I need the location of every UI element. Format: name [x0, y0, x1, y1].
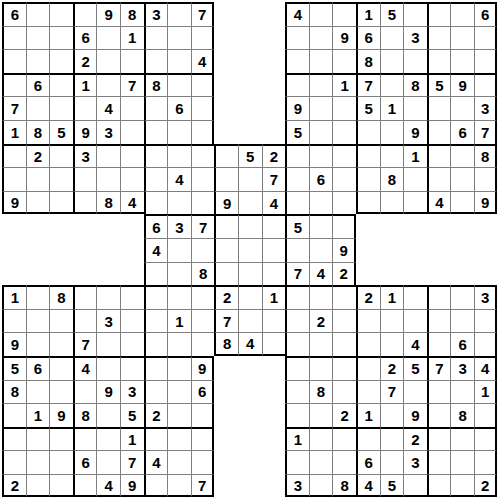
empty-cell-r7c13[interactable]: [285, 144, 309, 168]
given-cell-r5c8[interactable]: 6: [167, 96, 191, 120]
given-cell-r16c18[interactable]: 5: [403, 356, 427, 380]
empty-cell-r13c8[interactable]: [167, 285, 191, 309]
empty-cell-r6c19[interactable]: [427, 120, 451, 144]
empty-cell-r8c18[interactable]: [403, 167, 427, 191]
empty-cell-r20c15[interactable]: [332, 450, 356, 474]
empty-cell-r1c4[interactable]: [73, 2, 97, 26]
given-cell-r13c16[interactable]: 2: [356, 285, 380, 309]
empty-cell-r14c11[interactable]: [238, 309, 262, 333]
given-cell-r2c18[interactable]: 3: [403, 26, 427, 50]
empty-cell-r21c20[interactable]: [450, 474, 474, 498]
given-cell-r16c20[interactable]: 3: [450, 356, 474, 380]
empty-cell-r9c15[interactable]: [332, 191, 356, 215]
given-cell-r21c16[interactable]: 4: [356, 474, 380, 498]
empty-cell-r1c20[interactable]: [450, 2, 474, 26]
empty-cell-r4c13[interactable]: [285, 73, 309, 97]
empty-cell-r16c3[interactable]: [49, 356, 73, 380]
empty-cell-r15c2[interactable]: [26, 332, 50, 356]
empty-cell-r6c15[interactable]: [332, 120, 356, 144]
empty-cell-r5c14[interactable]: [309, 96, 333, 120]
empty-cell-r17c2[interactable]: [26, 380, 50, 404]
empty-cell-r21c7[interactable]: [144, 474, 168, 498]
empty-cell-r3c18[interactable]: [403, 49, 427, 73]
empty-cell-r1c14[interactable]: [309, 2, 333, 26]
given-cell-r16c1[interactable]: 5: [2, 356, 26, 380]
empty-cell-r11c10[interactable]: [214, 238, 238, 262]
given-cell-r20c18[interactable]: 3: [403, 450, 427, 474]
empty-cell-r2c7[interactable]: [144, 26, 168, 50]
given-cell-r10c13[interactable]: 5: [285, 214, 309, 238]
empty-cell-r14c18[interactable]: [403, 309, 427, 333]
empty-cell-r15c15[interactable]: [332, 332, 356, 356]
empty-cell-r10c14[interactable]: [309, 214, 333, 238]
given-cell-r5c13[interactable]: 9: [285, 96, 309, 120]
empty-cell-r18c13[interactable]: [285, 403, 309, 427]
empty-cell-r1c19[interactable]: [427, 2, 451, 26]
given-cell-r3c16[interactable]: 8: [356, 49, 380, 73]
empty-cell-r18c9[interactable]: [191, 403, 215, 427]
empty-cell-r6c17[interactable]: [380, 120, 404, 144]
given-cell-r18c15[interactable]: 2: [332, 403, 356, 427]
given-cell-r3c4[interactable]: 2: [73, 49, 97, 73]
empty-cell-r8c13[interactable]: [285, 167, 309, 191]
empty-cell-r14c12[interactable]: [262, 309, 286, 333]
empty-cell-r2c8[interactable]: [167, 26, 191, 50]
empty-cell-r12c11[interactable]: [238, 262, 262, 286]
given-cell-r5c5[interactable]: 4: [96, 96, 120, 120]
empty-cell-r3c13[interactable]: [285, 49, 309, 73]
empty-cell-r19c1[interactable]: [2, 427, 26, 451]
given-cell-r16c19[interactable]: 7: [427, 356, 451, 380]
given-cell-r3c9[interactable]: 4: [191, 49, 215, 73]
empty-cell-r8c9[interactable]: [191, 167, 215, 191]
empty-cell-r5c15[interactable]: [332, 96, 356, 120]
empty-cell-r1c8[interactable]: [167, 2, 191, 26]
empty-cell-r17c8[interactable]: [167, 380, 191, 404]
given-cell-r21c13[interactable]: 3: [285, 474, 309, 498]
given-cell-r16c21[interactable]: 4: [474, 356, 498, 380]
given-cell-r13c1[interactable]: 1: [2, 285, 26, 309]
empty-cell-r13c18[interactable]: [403, 285, 427, 309]
empty-cell-r16c13[interactable]: [285, 356, 309, 380]
given-cell-r13c17[interactable]: 1: [380, 285, 404, 309]
empty-cell-r14c20[interactable]: [450, 309, 474, 333]
empty-cell-r19c7[interactable]: [144, 427, 168, 451]
given-cell-r18c16[interactable]: 1: [356, 403, 380, 427]
empty-cell-r5c3[interactable]: [49, 96, 73, 120]
empty-cell-r15c16[interactable]: [356, 332, 380, 356]
empty-cell-r16c5[interactable]: [96, 356, 120, 380]
empty-cell-r21c19[interactable]: [427, 474, 451, 498]
empty-cell-r7c20[interactable]: [450, 144, 474, 168]
given-cell-r14c5[interactable]: 3: [96, 309, 120, 333]
empty-cell-r8c1[interactable]: [2, 167, 26, 191]
empty-cell-r20c13[interactable]: [285, 450, 309, 474]
empty-cell-r5c4[interactable]: [73, 96, 97, 120]
empty-cell-r12c12[interactable]: [262, 262, 286, 286]
empty-cell-r14c17[interactable]: [380, 309, 404, 333]
given-cell-r1c1[interactable]: 6: [2, 2, 26, 26]
empty-cell-r19c3[interactable]: [49, 427, 73, 451]
empty-cell-r12c7[interactable]: [144, 262, 168, 286]
empty-cell-r8c19[interactable]: [427, 167, 451, 191]
empty-cell-r13c7[interactable]: [144, 285, 168, 309]
given-cell-r12c14[interactable]: 4: [309, 262, 333, 286]
empty-cell-r19c2[interactable]: [26, 427, 50, 451]
given-cell-r7c4[interactable]: 3: [73, 144, 97, 168]
empty-cell-r3c7[interactable]: [144, 49, 168, 73]
given-cell-r10c9[interactable]: 7: [191, 214, 215, 238]
empty-cell-r3c19[interactable]: [427, 49, 451, 73]
empty-cell-r8c7[interactable]: [144, 167, 168, 191]
empty-cell-r13c19[interactable]: [427, 285, 451, 309]
empty-cell-r17c3[interactable]: [49, 380, 73, 404]
given-cell-r16c17[interactable]: 2: [380, 356, 404, 380]
given-cell-r9c19[interactable]: 4: [427, 191, 451, 215]
empty-cell-r13c11[interactable]: [238, 285, 262, 309]
empty-cell-r15c8[interactable]: [167, 332, 191, 356]
empty-cell-r9c18[interactable]: [403, 191, 427, 215]
empty-cell-r4c8[interactable]: [167, 73, 191, 97]
empty-cell-r17c13[interactable]: [285, 380, 309, 404]
given-cell-r18c18[interactable]: 9: [403, 403, 427, 427]
empty-cell-r8c21[interactable]: [474, 167, 498, 191]
empty-cell-r10c15[interactable]: [332, 214, 356, 238]
given-cell-r15c10[interactable]: 8: [214, 332, 238, 356]
empty-cell-r12c8[interactable]: [167, 262, 191, 286]
empty-cell-r3c14[interactable]: [309, 49, 333, 73]
empty-cell-r20c9[interactable]: [191, 450, 215, 474]
empty-cell-r20c17[interactable]: [380, 450, 404, 474]
empty-cell-r20c8[interactable]: [167, 450, 191, 474]
empty-cell-r21c18[interactable]: [403, 474, 427, 498]
given-cell-r7c21[interactable]: 8: [474, 144, 498, 168]
given-cell-r17c21[interactable]: 1: [474, 380, 498, 404]
given-cell-r20c4[interactable]: 6: [73, 450, 97, 474]
given-cell-r4c20[interactable]: 9: [450, 73, 474, 97]
given-cell-r6c20[interactable]: 6: [450, 120, 474, 144]
empty-cell-r7c7[interactable]: [144, 144, 168, 168]
given-cell-r6c2[interactable]: 8: [26, 120, 50, 144]
empty-cell-r3c2[interactable]: [26, 49, 50, 73]
empty-cell-r11c13[interactable]: [285, 238, 309, 262]
empty-cell-r13c4[interactable]: [73, 285, 97, 309]
empty-cell-r11c14[interactable]: [309, 238, 333, 262]
empty-cell-r9c9[interactable]: [191, 191, 215, 215]
given-cell-r11c7[interactable]: 4: [144, 238, 168, 262]
given-cell-r8c12[interactable]: 7: [262, 167, 286, 191]
empty-cell-r20c3[interactable]: [49, 450, 73, 474]
empty-cell-r18c5[interactable]: [96, 403, 120, 427]
given-cell-r7c18[interactable]: 1: [403, 144, 427, 168]
empty-cell-r14c16[interactable]: [356, 309, 380, 333]
empty-cell-r13c5[interactable]: [96, 285, 120, 309]
empty-cell-r8c5[interactable]: [96, 167, 120, 191]
empty-cell-r14c13[interactable]: [285, 309, 309, 333]
given-cell-r15c4[interactable]: 7: [73, 332, 97, 356]
empty-cell-r3c8[interactable]: [167, 49, 191, 73]
empty-cell-r7c6[interactable]: [120, 144, 144, 168]
given-cell-r17c14[interactable]: 8: [309, 380, 333, 404]
empty-cell-r18c1[interactable]: [2, 403, 26, 427]
given-cell-r5c21[interactable]: 3: [474, 96, 498, 120]
given-cell-r15c18[interactable]: 4: [403, 332, 427, 356]
empty-cell-r15c12[interactable]: [262, 332, 286, 356]
empty-cell-r19c9[interactable]: [191, 427, 215, 451]
empty-cell-r3c1[interactable]: [2, 49, 26, 73]
empty-cell-r6c6[interactable]: [120, 120, 144, 144]
empty-cell-r9c2[interactable]: [26, 191, 50, 215]
empty-cell-r18c14[interactable]: [309, 403, 333, 427]
given-cell-r17c5[interactable]: 9: [96, 380, 120, 404]
given-cell-r12c9[interactable]: 8: [191, 262, 215, 286]
given-cell-r18c2[interactable]: 1: [26, 403, 50, 427]
empty-cell-r20c2[interactable]: [26, 450, 50, 474]
empty-cell-r2c1[interactable]: [2, 26, 26, 50]
empty-cell-r5c18[interactable]: [403, 96, 427, 120]
empty-cell-r2c14[interactable]: [309, 26, 333, 50]
empty-cell-r6c9[interactable]: [191, 120, 215, 144]
empty-cell-r21c4[interactable]: [73, 474, 97, 498]
empty-cell-r6c8[interactable]: [167, 120, 191, 144]
given-cell-r1c17[interactable]: 5: [380, 2, 404, 26]
empty-cell-r9c7[interactable]: [144, 191, 168, 215]
given-cell-r18c6[interactable]: 5: [120, 403, 144, 427]
given-cell-r17c1[interactable]: 8: [2, 380, 26, 404]
given-cell-r6c18[interactable]: 9: [403, 120, 427, 144]
given-cell-r4c7[interactable]: 8: [144, 73, 168, 97]
empty-cell-r7c10[interactable]: [214, 144, 238, 168]
empty-cell-r10c12[interactable]: [262, 214, 286, 238]
given-cell-r6c4[interactable]: 9: [73, 120, 97, 144]
empty-cell-r15c13[interactable]: [285, 332, 309, 356]
given-cell-r4c6[interactable]: 7: [120, 73, 144, 97]
empty-cell-r17c18[interactable]: [403, 380, 427, 404]
given-cell-r20c7[interactable]: 4: [144, 450, 168, 474]
empty-cell-r17c15[interactable]: [332, 380, 356, 404]
given-cell-r19c13[interactable]: 1: [285, 427, 309, 451]
empty-cell-r5c19[interactable]: [427, 96, 451, 120]
empty-cell-r5c9[interactable]: [191, 96, 215, 120]
empty-cell-r20c19[interactable]: [427, 450, 451, 474]
empty-cell-r19c4[interactable]: [73, 427, 97, 451]
empty-cell-r7c3[interactable]: [49, 144, 73, 168]
empty-cell-r20c5[interactable]: [96, 450, 120, 474]
empty-cell-r7c9[interactable]: [191, 144, 215, 168]
empty-cell-r7c16[interactable]: [356, 144, 380, 168]
given-cell-r4c19[interactable]: 5: [427, 73, 451, 97]
given-cell-r16c9[interactable]: 9: [191, 356, 215, 380]
empty-cell-r11c8[interactable]: [167, 238, 191, 262]
empty-cell-r13c6[interactable]: [120, 285, 144, 309]
empty-cell-r15c7[interactable]: [144, 332, 168, 356]
empty-cell-r8c16[interactable]: [356, 167, 380, 191]
given-cell-r1c9[interactable]: 7: [191, 2, 215, 26]
empty-cell-r17c19[interactable]: [427, 380, 451, 404]
given-cell-r12c13[interactable]: 7: [285, 262, 309, 286]
empty-cell-r19c5[interactable]: [96, 427, 120, 451]
empty-cell-r8c15[interactable]: [332, 167, 356, 191]
empty-cell-r4c9[interactable]: [191, 73, 215, 97]
given-cell-r21c21[interactable]: 2: [474, 474, 498, 498]
empty-cell-r16c14[interactable]: [309, 356, 333, 380]
given-cell-r17c6[interactable]: 3: [120, 380, 144, 404]
empty-cell-r16c15[interactable]: [332, 356, 356, 380]
empty-cell-r9c14[interactable]: [309, 191, 333, 215]
empty-cell-r3c3[interactable]: [49, 49, 73, 73]
given-cell-r2c4[interactable]: 6: [73, 26, 97, 50]
empty-cell-r5c2[interactable]: [26, 96, 50, 120]
given-cell-r8c8[interactable]: 4: [167, 167, 191, 191]
empty-cell-r9c16[interactable]: [356, 191, 380, 215]
empty-cell-r5c20[interactable]: [450, 96, 474, 120]
given-cell-r17c9[interactable]: 6: [191, 380, 215, 404]
empty-cell-r19c14[interactable]: [309, 427, 333, 451]
empty-cell-r17c16[interactable]: [356, 380, 380, 404]
given-cell-r13c3[interactable]: 8: [49, 285, 73, 309]
empty-cell-r9c20[interactable]: [450, 191, 474, 215]
empty-cell-r7c1[interactable]: [2, 144, 26, 168]
empty-cell-r19c17[interactable]: [380, 427, 404, 451]
empty-cell-r8c11[interactable]: [238, 167, 262, 191]
empty-cell-r9c8[interactable]: [167, 191, 191, 215]
empty-cell-r7c15[interactable]: [332, 144, 356, 168]
empty-cell-r15c5[interactable]: [96, 332, 120, 356]
empty-cell-r8c6[interactable]: [120, 167, 144, 191]
empty-cell-r14c19[interactable]: [427, 309, 451, 333]
empty-cell-r3c17[interactable]: [380, 49, 404, 73]
empty-cell-r14c15[interactable]: [332, 309, 356, 333]
empty-cell-r15c19[interactable]: [427, 332, 451, 356]
empty-cell-r2c20[interactable]: [450, 26, 474, 50]
empty-cell-r3c15[interactable]: [332, 49, 356, 73]
given-cell-r4c15[interactable]: 1: [332, 73, 356, 97]
given-cell-r1c7[interactable]: 3: [144, 2, 168, 26]
given-cell-r19c6[interactable]: 1: [120, 427, 144, 451]
given-cell-r7c11[interactable]: 5: [238, 144, 262, 168]
given-cell-r14c14[interactable]: 2: [309, 309, 333, 333]
empty-cell-r11c11[interactable]: [238, 238, 262, 262]
given-cell-r14c8[interactable]: 1: [167, 309, 191, 333]
given-cell-r1c6[interactable]: 8: [120, 2, 144, 26]
given-cell-r11c15[interactable]: 9: [332, 238, 356, 262]
given-cell-r9c6[interactable]: 4: [120, 191, 144, 215]
empty-cell-r14c7[interactable]: [144, 309, 168, 333]
given-cell-r20c6[interactable]: 7: [120, 450, 144, 474]
given-cell-r1c21[interactable]: 6: [474, 2, 498, 26]
empty-cell-r13c9[interactable]: [191, 285, 215, 309]
given-cell-r1c16[interactable]: 1: [356, 2, 380, 26]
given-cell-r5c16[interactable]: 5: [356, 96, 380, 120]
given-cell-r21c6[interactable]: 9: [120, 474, 144, 498]
given-cell-r9c5[interactable]: 8: [96, 191, 120, 215]
empty-cell-r21c3[interactable]: [49, 474, 73, 498]
empty-cell-r2c9[interactable]: [191, 26, 215, 50]
given-cell-r21c9[interactable]: 7: [191, 474, 215, 498]
empty-cell-r13c15[interactable]: [332, 285, 356, 309]
empty-cell-r21c8[interactable]: [167, 474, 191, 498]
given-cell-r18c20[interactable]: 8: [450, 403, 474, 427]
empty-cell-r3c5[interactable]: [96, 49, 120, 73]
empty-cell-r2c5[interactable]: [96, 26, 120, 50]
given-cell-r8c17[interactable]: 8: [380, 167, 404, 191]
empty-cell-r5c7[interactable]: [144, 96, 168, 120]
empty-cell-r19c19[interactable]: [427, 427, 451, 451]
given-cell-r5c17[interactable]: 1: [380, 96, 404, 120]
given-cell-r4c16[interactable]: 7: [356, 73, 380, 97]
given-cell-r16c2[interactable]: 6: [26, 356, 50, 380]
given-cell-r7c12[interactable]: 2: [262, 144, 286, 168]
empty-cell-r15c3[interactable]: [49, 332, 73, 356]
empty-cell-r19c15[interactable]: [332, 427, 356, 451]
empty-cell-r11c12[interactable]: [262, 238, 286, 262]
given-cell-r12c15[interactable]: 2: [332, 262, 356, 286]
given-cell-r1c5[interactable]: 9: [96, 2, 120, 26]
given-cell-r5c1[interactable]: 7: [2, 96, 26, 120]
empty-cell-r13c14[interactable]: [309, 285, 333, 309]
empty-cell-r4c21[interactable]: [474, 73, 498, 97]
empty-cell-r9c4[interactable]: [73, 191, 97, 215]
empty-cell-r21c14[interactable]: [309, 474, 333, 498]
empty-cell-r8c20[interactable]: [450, 167, 474, 191]
given-cell-r15c20[interactable]: 6: [450, 332, 474, 356]
empty-cell-r16c6[interactable]: [120, 356, 144, 380]
empty-cell-r13c2[interactable]: [26, 285, 50, 309]
given-cell-r18c3[interactable]: 9: [49, 403, 73, 427]
empty-cell-r16c7[interactable]: [144, 356, 168, 380]
empty-cell-r7c19[interactable]: [427, 144, 451, 168]
given-cell-r13c12[interactable]: 1: [262, 285, 286, 309]
given-cell-r21c5[interactable]: 4: [96, 474, 120, 498]
empty-cell-r19c16[interactable]: [356, 427, 380, 451]
empty-cell-r11c9[interactable]: [191, 238, 215, 262]
empty-cell-r5c6[interactable]: [120, 96, 144, 120]
given-cell-r9c10[interactable]: 9: [214, 191, 238, 215]
empty-cell-r17c20[interactable]: [450, 380, 474, 404]
empty-cell-r14c9[interactable]: [191, 309, 215, 333]
empty-cell-r18c19[interactable]: [427, 403, 451, 427]
empty-cell-r15c9[interactable]: [191, 332, 215, 356]
given-cell-r9c1[interactable]: 9: [2, 191, 26, 215]
empty-cell-r2c13[interactable]: [285, 26, 309, 50]
empty-cell-r2c17[interactable]: [380, 26, 404, 50]
empty-cell-r19c8[interactable]: [167, 427, 191, 451]
empty-cell-r3c6[interactable]: [120, 49, 144, 73]
empty-cell-r19c20[interactable]: [450, 427, 474, 451]
empty-cell-r9c17[interactable]: [380, 191, 404, 215]
empty-cell-r2c21[interactable]: [474, 26, 498, 50]
empty-cell-r15c21[interactable]: [474, 332, 498, 356]
given-cell-r6c1[interactable]: 1: [2, 120, 26, 144]
empty-cell-r17c7[interactable]: [144, 380, 168, 404]
empty-cell-r9c3[interactable]: [49, 191, 73, 215]
empty-cell-r12c10[interactable]: [214, 262, 238, 286]
empty-cell-r14c4[interactable]: [73, 309, 97, 333]
given-cell-r18c4[interactable]: 8: [73, 403, 97, 427]
given-cell-r10c8[interactable]: 3: [167, 214, 191, 238]
given-cell-r15c1[interactable]: 9: [2, 332, 26, 356]
empty-cell-r7c8[interactable]: [167, 144, 191, 168]
empty-cell-r16c8[interactable]: [167, 356, 191, 380]
given-cell-r4c4[interactable]: 1: [73, 73, 97, 97]
empty-cell-r2c2[interactable]: [26, 26, 50, 50]
given-cell-r14c10[interactable]: 7: [214, 309, 238, 333]
empty-cell-r16c16[interactable]: [356, 356, 380, 380]
given-cell-r6c21[interactable]: 7: [474, 120, 498, 144]
empty-cell-r19c21[interactable]: [474, 427, 498, 451]
given-cell-r6c5[interactable]: 3: [96, 120, 120, 144]
empty-cell-r18c17[interactable]: [380, 403, 404, 427]
